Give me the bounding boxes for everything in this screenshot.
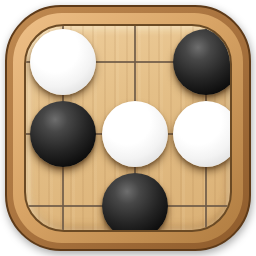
white-stone[interactable] xyxy=(30,29,96,95)
board-frame-inner-band xyxy=(13,13,243,243)
black-stone[interactable] xyxy=(173,29,232,95)
white-stone[interactable] xyxy=(102,101,168,167)
app-icon[interactable] xyxy=(5,5,251,251)
screenshot-canvas xyxy=(0,0,256,256)
white-stone[interactable] xyxy=(173,101,232,167)
board-surface[interactable] xyxy=(24,24,232,232)
black-stone[interactable] xyxy=(30,101,96,167)
black-stone[interactable] xyxy=(102,173,168,232)
